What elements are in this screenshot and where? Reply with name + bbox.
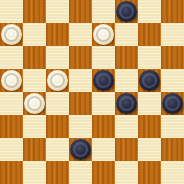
square-d7 (69, 23, 92, 46)
square-a3[interactable] (0, 115, 23, 138)
square-h6[interactable] (161, 46, 184, 69)
square-c6 (46, 46, 69, 69)
square-b5 (23, 69, 46, 92)
square-e5[interactable] (92, 69, 115, 92)
square-d1 (69, 161, 92, 184)
black-man-h4[interactable] (162, 93, 183, 114)
square-f3 (115, 115, 138, 138)
square-h8[interactable] (161, 0, 184, 23)
square-a6 (0, 46, 23, 69)
square-b7 (23, 23, 46, 46)
square-g5[interactable] (138, 69, 161, 92)
square-e3[interactable] (92, 115, 115, 138)
black-man-d2[interactable] (70, 139, 91, 160)
white-man-a5[interactable] (1, 70, 22, 91)
square-c7[interactable] (46, 23, 69, 46)
square-e6 (92, 46, 115, 69)
square-h3 (161, 115, 184, 138)
square-b1 (23, 161, 46, 184)
white-man-e7[interactable] (93, 24, 114, 45)
white-man-b4[interactable] (24, 93, 45, 114)
square-e2 (92, 138, 115, 161)
square-b2[interactable] (23, 138, 46, 161)
square-d3 (69, 115, 92, 138)
square-d8[interactable] (69, 0, 92, 23)
square-g4 (138, 92, 161, 115)
square-b3 (23, 115, 46, 138)
square-e8 (92, 0, 115, 23)
square-d6[interactable] (69, 46, 92, 69)
square-g7[interactable] (138, 23, 161, 46)
square-c8 (46, 0, 69, 23)
square-f5 (115, 69, 138, 92)
square-g3[interactable] (138, 115, 161, 138)
square-a1[interactable] (0, 161, 23, 184)
white-man-a7[interactable] (1, 24, 22, 45)
black-man-f8[interactable] (116, 1, 137, 22)
square-b4[interactable] (23, 92, 46, 115)
square-d4[interactable] (69, 92, 92, 115)
square-c2 (46, 138, 69, 161)
square-h5 (161, 69, 184, 92)
square-h7 (161, 23, 184, 46)
square-e4 (92, 92, 115, 115)
square-f7 (115, 23, 138, 46)
square-a4 (0, 92, 23, 115)
square-d5 (69, 69, 92, 92)
square-b8[interactable] (23, 0, 46, 23)
square-g1[interactable] (138, 161, 161, 184)
square-d2[interactable] (69, 138, 92, 161)
square-c3[interactable] (46, 115, 69, 138)
square-f4[interactable] (115, 92, 138, 115)
square-a7[interactable] (0, 23, 23, 46)
square-c5[interactable] (46, 69, 69, 92)
square-e7[interactable] (92, 23, 115, 46)
square-g6 (138, 46, 161, 69)
square-h2[interactable] (161, 138, 184, 161)
square-h4[interactable] (161, 92, 184, 115)
square-c1[interactable] (46, 161, 69, 184)
square-b6[interactable] (23, 46, 46, 69)
square-f1 (115, 161, 138, 184)
square-a2 (0, 138, 23, 161)
square-h1 (161, 161, 184, 184)
black-man-g5[interactable] (139, 70, 160, 91)
checkers-board (0, 0, 184, 184)
square-c4 (46, 92, 69, 115)
black-man-e5[interactable] (93, 70, 114, 91)
square-a8 (0, 0, 23, 23)
square-g8 (138, 0, 161, 23)
square-e1[interactable] (92, 161, 115, 184)
square-f2[interactable] (115, 138, 138, 161)
black-man-f4[interactable] (116, 93, 137, 114)
white-man-c5[interactable] (47, 70, 68, 91)
square-g2 (138, 138, 161, 161)
square-f8[interactable] (115, 0, 138, 23)
square-f6[interactable] (115, 46, 138, 69)
square-a5[interactable] (0, 69, 23, 92)
